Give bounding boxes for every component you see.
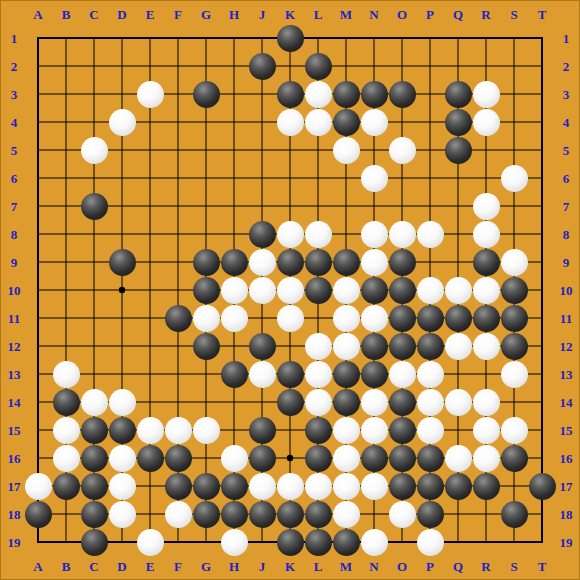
black-stone[interactable] xyxy=(445,81,472,108)
row-label-right: 1 xyxy=(563,32,570,45)
column-label-bottom: F xyxy=(174,560,182,573)
column-label-top: O xyxy=(397,8,407,21)
white-stone[interactable] xyxy=(361,249,388,276)
white-stone[interactable] xyxy=(473,417,500,444)
column-label-bottom: H xyxy=(229,560,239,573)
black-stone[interactable] xyxy=(81,501,108,528)
column-label-top: P xyxy=(426,8,434,21)
black-stone[interactable] xyxy=(333,109,360,136)
white-stone[interactable] xyxy=(473,333,500,360)
white-stone[interactable] xyxy=(417,277,444,304)
white-stone[interactable] xyxy=(333,417,360,444)
white-stone[interactable] xyxy=(249,277,276,304)
black-stone[interactable] xyxy=(249,445,276,472)
column-label-bottom: M xyxy=(340,560,352,573)
black-stone[interactable] xyxy=(221,249,248,276)
white-stone[interactable] xyxy=(473,389,500,416)
column-label-bottom: D xyxy=(117,560,126,573)
black-stone[interactable] xyxy=(193,333,220,360)
white-stone[interactable] xyxy=(137,417,164,444)
black-stone[interactable] xyxy=(137,445,164,472)
black-stone[interactable] xyxy=(361,361,388,388)
white-stone[interactable] xyxy=(389,501,416,528)
black-stone[interactable] xyxy=(193,249,220,276)
white-stone[interactable] xyxy=(501,361,528,388)
white-stone[interactable] xyxy=(361,305,388,332)
black-stone[interactable] xyxy=(109,417,136,444)
row-label-right: 16 xyxy=(560,452,573,465)
row-label-left: 17 xyxy=(8,480,21,493)
row-label-left: 14 xyxy=(8,396,21,409)
column-label-bottom: N xyxy=(369,560,378,573)
black-stone[interactable] xyxy=(193,473,220,500)
row-label-left: 10 xyxy=(8,284,21,297)
black-stone[interactable] xyxy=(249,501,276,528)
row-label-right: 17 xyxy=(560,480,573,493)
white-stone[interactable] xyxy=(305,333,332,360)
column-label-top: D xyxy=(117,8,126,21)
black-stone[interactable] xyxy=(53,473,80,500)
black-stone[interactable] xyxy=(305,529,332,556)
black-stone[interactable] xyxy=(361,81,388,108)
white-stone[interactable] xyxy=(333,137,360,164)
row-label-left: 11 xyxy=(8,312,20,325)
row-label-right: 4 xyxy=(563,116,570,129)
white-stone[interactable] xyxy=(249,249,276,276)
white-stone[interactable] xyxy=(333,305,360,332)
black-stone[interactable] xyxy=(249,221,276,248)
row-label-left: 1 xyxy=(11,32,18,45)
row-label-left: 2 xyxy=(11,60,18,73)
column-label-bottom: A xyxy=(33,560,42,573)
row-label-left: 4 xyxy=(11,116,18,129)
white-stone[interactable] xyxy=(109,109,136,136)
black-stone[interactable] xyxy=(81,445,108,472)
white-stone[interactable] xyxy=(109,473,136,500)
white-stone[interactable] xyxy=(473,193,500,220)
black-stone[interactable] xyxy=(445,473,472,500)
white-stone[interactable] xyxy=(417,417,444,444)
black-stone[interactable] xyxy=(417,445,444,472)
white-stone[interactable] xyxy=(361,389,388,416)
black-stone[interactable] xyxy=(333,249,360,276)
black-stone[interactable] xyxy=(389,305,416,332)
black-stone[interactable] xyxy=(361,445,388,472)
white-stone[interactable] xyxy=(277,473,304,500)
black-stone[interactable] xyxy=(277,249,304,276)
black-stone[interactable] xyxy=(193,81,220,108)
column-label-bottom: T xyxy=(538,560,547,573)
white-stone[interactable] xyxy=(501,417,528,444)
white-stone[interactable] xyxy=(501,249,528,276)
black-stone[interactable] xyxy=(361,277,388,304)
column-label-top: C xyxy=(89,8,98,21)
white-stone[interactable] xyxy=(193,417,220,444)
row-label-right: 6 xyxy=(563,172,570,185)
white-stone[interactable] xyxy=(333,277,360,304)
black-stone[interactable] xyxy=(333,361,360,388)
black-stone[interactable] xyxy=(445,137,472,164)
column-label-bottom: E xyxy=(146,560,155,573)
white-stone[interactable] xyxy=(25,473,52,500)
column-label-bottom: Q xyxy=(453,560,463,573)
white-stone[interactable] xyxy=(445,333,472,360)
white-stone[interactable] xyxy=(137,81,164,108)
white-stone[interactable] xyxy=(361,109,388,136)
white-stone[interactable] xyxy=(81,389,108,416)
black-stone[interactable] xyxy=(501,305,528,332)
white-stone[interactable] xyxy=(109,501,136,528)
black-stone[interactable] xyxy=(277,81,304,108)
row-label-left: 7 xyxy=(11,200,18,213)
black-stone[interactable] xyxy=(501,333,528,360)
black-stone[interactable] xyxy=(473,249,500,276)
black-stone[interactable] xyxy=(473,473,500,500)
column-label-bottom: B xyxy=(62,560,71,573)
column-label-bottom: C xyxy=(89,560,98,573)
column-label-top: F xyxy=(174,8,182,21)
black-stone[interactable] xyxy=(389,389,416,416)
column-label-top: T xyxy=(538,8,547,21)
row-label-right: 3 xyxy=(563,88,570,101)
black-stone[interactable] xyxy=(249,333,276,360)
black-stone[interactable] xyxy=(277,25,304,52)
row-label-right: 9 xyxy=(563,256,570,269)
black-stone[interactable] xyxy=(221,473,248,500)
column-label-top: R xyxy=(481,8,490,21)
column-label-bottom: S xyxy=(510,560,517,573)
column-label-top: J xyxy=(259,8,266,21)
white-stone[interactable] xyxy=(305,361,332,388)
row-label-right: 11 xyxy=(560,312,572,325)
row-label-left: 9 xyxy=(11,256,18,269)
black-stone[interactable] xyxy=(25,501,52,528)
column-label-bottom: P xyxy=(426,560,434,573)
black-stone[interactable] xyxy=(389,81,416,108)
white-stone[interactable] xyxy=(389,221,416,248)
white-stone[interactable] xyxy=(305,109,332,136)
row-label-right: 5 xyxy=(563,144,570,157)
white-stone[interactable] xyxy=(333,445,360,472)
black-stone[interactable] xyxy=(417,473,444,500)
white-stone[interactable] xyxy=(445,445,472,472)
row-label-left: 6 xyxy=(11,172,18,185)
white-stone[interactable] xyxy=(305,221,332,248)
white-stone[interactable] xyxy=(333,333,360,360)
black-stone[interactable] xyxy=(81,473,108,500)
white-stone[interactable] xyxy=(389,137,416,164)
black-stone[interactable] xyxy=(501,501,528,528)
white-stone[interactable] xyxy=(473,445,500,472)
black-stone[interactable] xyxy=(277,501,304,528)
row-label-left: 19 xyxy=(8,536,21,549)
white-stone[interactable] xyxy=(193,305,220,332)
row-label-right: 14 xyxy=(560,396,573,409)
row-label-left: 18 xyxy=(8,508,21,521)
white-stone[interactable] xyxy=(417,221,444,248)
black-stone[interactable] xyxy=(305,249,332,276)
white-stone[interactable] xyxy=(137,529,164,556)
black-stone[interactable] xyxy=(249,417,276,444)
black-stone[interactable] xyxy=(389,473,416,500)
black-stone[interactable] xyxy=(81,417,108,444)
white-stone[interactable] xyxy=(473,109,500,136)
black-stone[interactable] xyxy=(193,277,220,304)
black-stone[interactable] xyxy=(417,333,444,360)
white-stone[interactable] xyxy=(109,445,136,472)
star-point xyxy=(287,455,293,461)
black-stone[interactable] xyxy=(81,529,108,556)
column-label-top: E xyxy=(146,8,155,21)
black-stone[interactable] xyxy=(445,109,472,136)
black-stone[interactable] xyxy=(333,389,360,416)
black-stone[interactable] xyxy=(221,501,248,528)
black-stone[interactable] xyxy=(81,193,108,220)
column-label-top: B xyxy=(62,8,71,21)
column-label-bottom: K xyxy=(285,560,295,573)
black-stone[interactable] xyxy=(277,529,304,556)
white-stone[interactable] xyxy=(221,445,248,472)
white-stone[interactable] xyxy=(445,389,472,416)
column-label-bottom: O xyxy=(397,560,407,573)
white-stone[interactable] xyxy=(473,221,500,248)
black-stone[interactable] xyxy=(277,389,304,416)
row-label-left: 8 xyxy=(11,228,18,241)
black-stone[interactable] xyxy=(389,445,416,472)
column-label-top: L xyxy=(314,8,323,21)
black-stone[interactable] xyxy=(333,529,360,556)
white-stone[interactable] xyxy=(305,389,332,416)
column-label-top: K xyxy=(285,8,295,21)
white-stone[interactable] xyxy=(361,221,388,248)
black-stone[interactable] xyxy=(333,81,360,108)
column-label-top: G xyxy=(201,8,211,21)
white-stone[interactable] xyxy=(277,221,304,248)
white-stone[interactable] xyxy=(53,361,80,388)
white-stone[interactable] xyxy=(361,165,388,192)
white-stone[interactable] xyxy=(277,305,304,332)
black-stone[interactable] xyxy=(445,305,472,332)
column-label-bottom: G xyxy=(201,560,211,573)
row-label-right: 12 xyxy=(560,340,573,353)
row-label-right: 13 xyxy=(560,368,573,381)
white-stone[interactable] xyxy=(109,389,136,416)
white-stone[interactable] xyxy=(249,361,276,388)
black-stone[interactable] xyxy=(501,277,528,304)
white-stone[interactable] xyxy=(53,417,80,444)
row-label-left: 12 xyxy=(8,340,21,353)
black-stone[interactable] xyxy=(305,53,332,80)
black-stone[interactable] xyxy=(389,249,416,276)
white-stone[interactable] xyxy=(333,473,360,500)
row-label-left: 3 xyxy=(11,88,18,101)
column-label-top: Q xyxy=(453,8,463,21)
column-label-top: M xyxy=(340,8,352,21)
column-label-bottom: J xyxy=(259,560,266,573)
row-label-right: 18 xyxy=(560,508,573,521)
white-stone[interactable] xyxy=(361,417,388,444)
row-label-right: 10 xyxy=(560,284,573,297)
black-stone[interactable] xyxy=(389,333,416,360)
black-stone[interactable] xyxy=(277,361,304,388)
black-stone[interactable] xyxy=(389,277,416,304)
white-stone[interactable] xyxy=(249,473,276,500)
row-label-right: 2 xyxy=(563,60,570,73)
white-stone[interactable] xyxy=(305,81,332,108)
row-label-right: 8 xyxy=(563,228,570,241)
row-label-left: 13 xyxy=(8,368,21,381)
white-stone[interactable] xyxy=(501,165,528,192)
black-stone[interactable] xyxy=(305,277,332,304)
black-stone[interactable] xyxy=(389,417,416,444)
white-stone[interactable] xyxy=(417,361,444,388)
white-stone[interactable] xyxy=(221,529,248,556)
white-stone[interactable] xyxy=(445,277,472,304)
white-stone[interactable] xyxy=(417,529,444,556)
black-stone[interactable] xyxy=(165,445,192,472)
black-stone[interactable] xyxy=(305,501,332,528)
black-stone[interactable] xyxy=(473,305,500,332)
white-stone[interactable] xyxy=(305,473,332,500)
row-label-left: 5 xyxy=(11,144,18,157)
white-stone[interactable] xyxy=(361,473,388,500)
white-stone[interactable] xyxy=(165,417,192,444)
column-label-bottom: R xyxy=(481,560,490,573)
black-stone[interactable] xyxy=(501,445,528,472)
white-stone[interactable] xyxy=(277,109,304,136)
white-stone[interactable] xyxy=(81,137,108,164)
column-label-top: H xyxy=(229,8,239,21)
white-stone[interactable] xyxy=(221,305,248,332)
black-stone[interactable] xyxy=(109,249,136,276)
black-stone[interactable] xyxy=(305,417,332,444)
black-stone[interactable] xyxy=(249,53,276,80)
black-stone[interactable] xyxy=(361,333,388,360)
white-stone[interactable] xyxy=(361,529,388,556)
black-stone[interactable] xyxy=(193,501,220,528)
white-stone[interactable] xyxy=(277,277,304,304)
black-stone[interactable] xyxy=(53,389,80,416)
white-stone[interactable] xyxy=(389,361,416,388)
column-label-top: S xyxy=(510,8,517,21)
black-stone[interactable] xyxy=(305,445,332,472)
column-label-bottom: L xyxy=(314,560,323,573)
black-stone[interactable] xyxy=(417,305,444,332)
white-stone[interactable] xyxy=(417,389,444,416)
row-label-right: 7 xyxy=(563,200,570,213)
row-label-left: 15 xyxy=(8,424,21,437)
white-stone[interactable] xyxy=(53,445,80,472)
column-label-top: A xyxy=(33,8,42,21)
go-board: AABBCCDDEEFFGGHHJJKKLLMMNNOOPPQQRRSSTT11… xyxy=(0,0,580,580)
row-label-right: 19 xyxy=(560,536,573,549)
white-stone[interactable] xyxy=(473,81,500,108)
row-label-right: 15 xyxy=(560,424,573,437)
white-stone[interactable] xyxy=(333,501,360,528)
black-stone[interactable] xyxy=(417,501,444,528)
black-stone[interactable] xyxy=(529,473,556,500)
white-stone[interactable] xyxy=(165,501,192,528)
white-stone[interactable] xyxy=(473,277,500,304)
star-point xyxy=(119,287,125,293)
column-label-top: N xyxy=(369,8,378,21)
black-stone[interactable] xyxy=(165,305,192,332)
white-stone[interactable] xyxy=(221,277,248,304)
black-stone[interactable] xyxy=(165,473,192,500)
row-label-left: 16 xyxy=(8,452,21,465)
black-stone[interactable] xyxy=(221,361,248,388)
